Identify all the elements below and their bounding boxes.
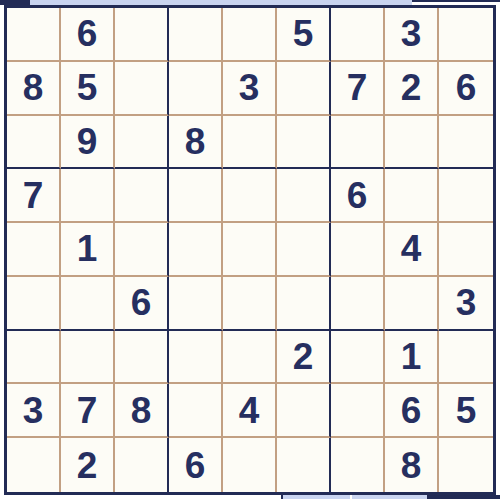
bottom-right-chrome-fragment [427, 495, 500, 499]
bottom-edge-chrome-sliver [0, 495, 500, 499]
sudoku-cell-empty[interactable] [115, 116, 169, 170]
sudoku-cell-given[interactable]: 8 [115, 384, 169, 438]
sudoku-cell-given[interactable]: 6 [169, 438, 223, 492]
sudoku-cell-empty[interactable] [7, 438, 61, 492]
sudoku-cell-given[interactable]: 2 [61, 438, 115, 492]
sudoku-cell-given[interactable]: 4 [223, 384, 277, 438]
sudoku-cell-empty[interactable] [277, 169, 331, 223]
sudoku-cell-empty[interactable] [439, 223, 493, 277]
sudoku-cell-given[interactable]: 6 [439, 62, 493, 116]
sudoku-cell-empty[interactable] [115, 8, 169, 62]
sudoku-cell-empty[interactable] [331, 116, 385, 170]
sudoku-cell-empty[interactable] [61, 169, 115, 223]
sudoku-cell-given[interactable]: 6 [385, 384, 439, 438]
sudoku-cell-empty[interactable] [277, 116, 331, 170]
sudoku-cell-empty[interactable] [385, 116, 439, 170]
sudoku-cell-empty[interactable] [169, 331, 223, 385]
sudoku-cell-empty[interactable] [115, 331, 169, 385]
sudoku-cell-empty[interactable] [115, 169, 169, 223]
sudoku-cell-empty[interactable] [439, 169, 493, 223]
sudoku-cell-empty[interactable] [439, 438, 493, 492]
sudoku-cell-empty[interactable] [169, 223, 223, 277]
sudoku-cell-empty[interactable] [7, 8, 61, 62]
sudoku-cell-empty[interactable] [115, 438, 169, 492]
sudoku-cell-empty[interactable] [7, 331, 61, 385]
sudoku-cell-given[interactable]: 8 [385, 438, 439, 492]
sudoku-cell-empty[interactable] [223, 8, 277, 62]
sudoku-cell-given[interactable]: 3 [439, 277, 493, 331]
sudoku-cell-given[interactable]: 3 [7, 384, 61, 438]
sudoku-cell-empty[interactable] [223, 331, 277, 385]
sudoku-cell-empty[interactable] [61, 277, 115, 331]
sudoku-board: 6538537269876146321378465268 [4, 5, 496, 495]
top-right-chrome-fragment [412, 0, 500, 2]
sudoku-cell-empty[interactable] [7, 223, 61, 277]
sudoku-cell-empty[interactable] [385, 277, 439, 331]
sudoku-cell-empty[interactable] [169, 277, 223, 331]
sudoku-cell-empty[interactable] [331, 223, 385, 277]
screen: 6538537269876146321378465268 [0, 0, 500, 499]
sudoku-cell-given[interactable]: 6 [61, 8, 115, 62]
sudoku-cell-empty[interactable] [385, 169, 439, 223]
sudoku-cell-empty[interactable] [277, 384, 331, 438]
sudoku-cell-empty[interactable] [277, 438, 331, 492]
sudoku-cell-empty[interactable] [331, 8, 385, 62]
sudoku-cell-empty[interactable] [277, 223, 331, 277]
sudoku-cell-empty[interactable] [169, 169, 223, 223]
sudoku-cell-given[interactable]: 1 [385, 331, 439, 385]
sudoku-cell-given[interactable]: 5 [61, 62, 115, 116]
sudoku-cell-empty[interactable] [115, 223, 169, 277]
sudoku-cell-empty[interactable] [439, 116, 493, 170]
sudoku-cell-empty[interactable] [7, 277, 61, 331]
sudoku-cell-empty[interactable] [277, 62, 331, 116]
sudoku-cell-empty[interactable] [439, 8, 493, 62]
sudoku-cell-empty[interactable] [331, 438, 385, 492]
sudoku-cell-empty[interactable] [223, 277, 277, 331]
sudoku-cell-empty[interactable] [223, 116, 277, 170]
bottom-lavender-fragment-1 [281, 495, 350, 499]
bottom-lavender-fragment-2 [352, 495, 427, 499]
sudoku-cell-given[interactable]: 1 [61, 223, 115, 277]
sudoku-cell-empty[interactable] [331, 277, 385, 331]
sudoku-cell-empty[interactable] [223, 169, 277, 223]
sudoku-cell-given[interactable]: 6 [331, 169, 385, 223]
sudoku-cell-given[interactable]: 3 [223, 62, 277, 116]
sudoku-cell-empty[interactable] [331, 331, 385, 385]
sudoku-cell-empty[interactable] [223, 223, 277, 277]
sudoku-cell-given[interactable]: 5 [277, 8, 331, 62]
sudoku-cell-given[interactable]: 7 [61, 384, 115, 438]
sudoku-cell-given[interactable]: 9 [61, 116, 115, 170]
sudoku-cell-given[interactable]: 5 [439, 384, 493, 438]
sudoku-cell-empty[interactable] [439, 331, 493, 385]
sudoku-cell-empty[interactable] [7, 116, 61, 170]
sudoku-cell-empty[interactable] [331, 384, 385, 438]
sudoku-cell-empty[interactable] [169, 62, 223, 116]
sudoku-cell-empty[interactable] [223, 438, 277, 492]
sudoku-cell-given[interactable]: 4 [385, 223, 439, 277]
sudoku-cell-given[interactable]: 7 [7, 169, 61, 223]
sudoku-cell-given[interactable]: 3 [385, 8, 439, 62]
sudoku-cell-empty[interactable] [277, 277, 331, 331]
sudoku-cell-empty[interactable] [115, 62, 169, 116]
sudoku-cell-given[interactable]: 8 [169, 116, 223, 170]
sudoku-cell-given[interactable]: 7 [331, 62, 385, 116]
sudoku-cell-given[interactable]: 2 [277, 331, 331, 385]
sudoku-cell-empty[interactable] [169, 8, 223, 62]
sudoku-cell-given[interactable]: 6 [115, 277, 169, 331]
sudoku-cell-empty[interactable] [169, 384, 223, 438]
sudoku-cell-empty[interactable] [61, 331, 115, 385]
sudoku-cell-given[interactable]: 8 [7, 62, 61, 116]
sudoku-cell-given[interactable]: 2 [385, 62, 439, 116]
